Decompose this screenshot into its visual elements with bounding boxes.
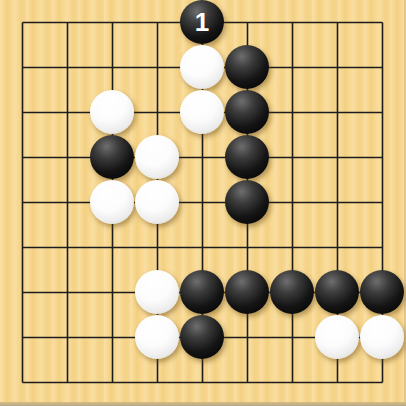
white-stone <box>135 315 179 359</box>
white-stone <box>90 90 134 134</box>
white-stone <box>135 270 179 314</box>
white-stone <box>135 135 179 179</box>
black-stone <box>90 135 134 179</box>
black-stone <box>315 270 359 314</box>
white-stone <box>180 45 224 89</box>
black-stone <box>180 315 224 359</box>
black-stone: 1 <box>180 0 224 44</box>
move-number-label: 1 <box>195 9 209 35</box>
black-stone <box>225 270 269 314</box>
white-stone <box>135 180 179 224</box>
stones-grid: 1 <box>0 0 405 405</box>
white-stone <box>360 315 404 359</box>
go-board[interactable]: 1 <box>0 0 406 406</box>
black-stone <box>360 270 404 314</box>
white-stone <box>315 315 359 359</box>
black-stone <box>270 270 314 314</box>
board-edge-bottom <box>0 402 406 406</box>
black-stone <box>225 90 269 134</box>
white-stone <box>180 90 224 134</box>
black-stone <box>225 135 269 179</box>
white-stone <box>90 180 134 224</box>
black-stone <box>225 45 269 89</box>
black-stone <box>180 270 224 314</box>
black-stone <box>225 180 269 224</box>
